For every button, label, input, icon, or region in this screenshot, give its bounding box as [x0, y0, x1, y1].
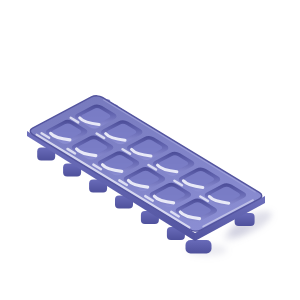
tray-foot — [186, 240, 212, 254]
product-photo — [0, 0, 300, 300]
ice-cube-tray-illustration — [0, 0, 300, 300]
